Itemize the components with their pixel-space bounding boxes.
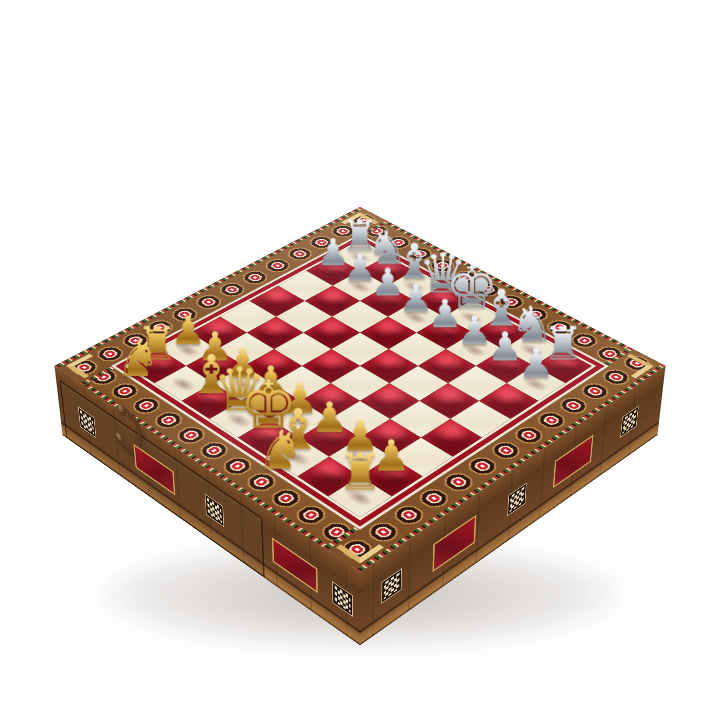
chess-box: ♜♞♝♛♚♝♞♜♟♟♟♟♟♟♟♟♟♟♟♟♟♟♟♟♜♞♝♛♚♝♞♜ — [55, 207, 666, 572]
piece-silver-pawn-h7[interactable]: ♟ — [518, 343, 554, 383]
piece-gold-knight-g1[interactable]: ♞ — [256, 422, 304, 476]
inlay-red-panel — [553, 434, 594, 488]
inlay-star-motif — [621, 407, 638, 436]
board-top-surface: ♜♞♝♛♚♝♞♜♟♟♟♟♟♟♟♟♟♟♟♟♟♟♟♟♜♞♝♛♚♝♞♜ — [55, 207, 666, 572]
piece-gold-knight-b1[interactable]: ♞ — [116, 333, 161, 384]
inlay-red-panel — [272, 537, 318, 593]
inlay-red-panel — [433, 515, 477, 572]
piece-gold-rook-h1[interactable]: ♜ — [337, 446, 382, 496]
product-photo-scene: ♜♞♝♛♚♝♞♜♟♟♟♟♟♟♟♟♟♟♟♟♟♟♟♟♜♞♝♛♚♝♞♜ — [0, 0, 720, 720]
inlay-star-motif — [508, 484, 526, 515]
inlay-star-motif — [382, 570, 401, 603]
inlay-star-motif — [333, 583, 352, 616]
